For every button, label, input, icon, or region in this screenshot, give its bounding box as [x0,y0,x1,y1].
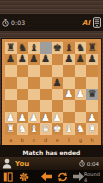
square-e1[interactable]: ♚ [52,123,64,135]
white-pawn: ♟ [64,89,73,99]
square-a5[interactable] [5,77,17,89]
white-knight: ♞ [76,124,85,134]
square-d6[interactable] [40,65,52,77]
white-pawn: ♟ [53,113,62,123]
white-king: ♚ [53,124,62,134]
board[interactable]: ♜♞♝♚♝♞♜♟♟♟♟♟♟♟♟♟♟♛♟♟♟♟♟♟♜♞♝♛♚♝♞♜ [5,42,98,135]
new-game-refresh-icon[interactable] [57,172,68,182]
black-pawn: ♟ [64,54,73,64]
square-b4[interactable] [17,89,29,101]
square-d2[interactable]: ♟ [40,112,52,124]
ai-player-bar: 0:03 AI [0,14,103,31]
ai-name-label: AI [82,19,90,27]
redo-arrow-icon[interactable] [73,172,84,181]
black-bishop: ♝ [64,43,73,53]
square-b1[interactable]: ♞ [17,123,29,135]
square-f6[interactable] [63,65,75,77]
square-d4[interactable] [40,89,52,101]
white-pawn: ♟ [6,113,15,123]
square-g5[interactable] [75,77,87,89]
white-rook: ♜ [88,124,97,134]
white-pawn: ♟ [18,113,27,123]
square-e4[interactable] [52,89,64,101]
square-e5[interactable]: ♟ [52,77,64,89]
clock-icon [2,19,9,27]
user-name-label: You [15,160,29,168]
black-pawn: ♟ [6,54,15,64]
square-g8[interactable]: ♞ [75,42,87,54]
file-label-f: f [63,135,75,145]
square-e2[interactable]: ♟ [52,112,64,124]
white-bishop: ♝ [30,124,39,134]
file-label-e: e [52,135,64,145]
square-e8[interactable]: ♚ [52,42,64,54]
move-list-icon[interactable] [93,17,101,28]
toolbar: Round 4 [0,170,103,183]
square-c8[interactable]: ♝ [28,42,40,54]
square-a2[interactable]: ♟ [5,112,17,124]
white-pawn: ♟ [30,113,39,123]
black-queen: ♛ [88,89,97,99]
square-a4[interactable] [5,89,17,101]
settings-gear-icon[interactable] [19,172,29,182]
chess-board-frame: ♜♞♝♚♝♞♜♟♟♟♟♟♟♟♟♟♟♛♟♟♟♟♟♟♜♞♝♛♚♝♞♜ a b c d… [2,39,101,145]
square-c4[interactable] [28,89,40,101]
square-c6[interactable] [28,65,40,77]
square-a7[interactable]: ♟ [5,54,17,66]
file-labels: a b c d e f g h [5,135,98,145]
status-message: Match has ended [0,149,103,156]
square-h5[interactable] [86,77,98,89]
square-h3[interactable] [86,100,98,112]
square-c3[interactable] [28,100,40,112]
ai-time: 0:03 [11,19,25,26]
clock-icon [79,160,85,167]
black-pawn: ♟ [41,54,50,64]
square-g4[interactable]: ♟ [75,89,87,101]
square-b7[interactable]: ♟ [17,54,29,66]
white-bishop: ♝ [64,124,73,134]
square-e7[interactable] [52,54,64,66]
white-queen: ♛ [41,124,50,134]
file-label-d: d [40,135,52,145]
white-pawn: ♟ [41,113,50,123]
square-a6[interactable] [5,65,17,77]
square-f8[interactable]: ♝ [63,42,75,54]
square-d8[interactable] [40,42,52,54]
square-c2[interactable]: ♟ [28,112,40,124]
black-pawn: ♟ [53,78,62,88]
square-a3[interactable] [5,100,17,112]
black-pawn: ♟ [30,54,39,64]
black-pawn: ♟ [76,54,85,64]
square-f4[interactable]: ♟ [63,89,75,101]
white-pawn: ♟ [76,89,85,99]
black-knight: ♞ [76,43,85,53]
black-knight: ♞ [18,43,27,53]
user-time: 0:04 [87,161,99,167]
square-b3[interactable] [17,100,29,112]
square-f1[interactable]: ♝ [63,123,75,135]
square-b5[interactable] [17,77,29,89]
square-b2[interactable]: ♟ [17,112,29,124]
square-g6[interactable] [75,65,87,77]
chess-app-screen: 0:03 AI ♜♞♝♚♝♞♜♟♟♟♟♟♟♟♟♟♟♛♟♟♟♟♟♟♜♞♝♛♚♝♞♜… [0,0,103,183]
round-label: Round 4 [84,171,100,183]
black-pawn: ♟ [88,54,97,64]
black-king: ♚ [53,43,62,53]
white-pawn: ♟ [88,113,97,123]
square-d3[interactable] [40,100,52,112]
square-g3[interactable] [75,100,87,112]
undo-arrow-icon[interactable] [41,172,52,181]
square-f2[interactable] [63,112,75,124]
square-c1[interactable]: ♝ [28,123,40,135]
black-rook: ♜ [6,43,15,53]
square-h1[interactable]: ♜ [86,123,98,135]
square-d5[interactable] [40,77,52,89]
square-f5[interactable] [63,77,75,89]
square-a1[interactable]: ♜ [5,123,17,135]
square-e3[interactable] [52,100,64,112]
black-bishop: ♝ [30,43,39,53]
exit-door-icon[interactable] [3,172,13,182]
black-pawn: ♟ [18,54,27,64]
square-g1[interactable]: ♞ [75,123,87,135]
square-g2[interactable] [75,112,87,124]
square-f7[interactable]: ♟ [63,54,75,66]
square-d7[interactable]: ♟ [40,54,52,66]
square-f3[interactable] [63,100,75,112]
file-label-g: g [75,135,87,145]
user-avatar-icon [2,158,12,169]
black-rook: ♜ [88,43,97,53]
file-label-h: h [86,135,98,145]
square-h4[interactable]: ♛ [86,89,98,101]
square-h6[interactable] [86,65,98,77]
file-label-c: c [28,135,40,145]
square-h8[interactable]: ♜ [86,42,98,54]
square-d1[interactable]: ♛ [40,123,52,135]
file-label-a: a [5,135,17,145]
white-rook: ♜ [6,124,15,134]
square-a8[interactable]: ♜ [5,42,17,54]
square-h2[interactable]: ♟ [86,112,98,124]
square-b6[interactable] [17,65,29,77]
square-c7[interactable]: ♟ [28,54,40,66]
square-e6[interactable] [52,65,64,77]
user-player-bar: You 0:04 [0,157,103,170]
white-knight: ♞ [18,124,27,134]
square-g7[interactable]: ♟ [75,54,87,66]
square-b8[interactable]: ♞ [17,42,29,54]
square-h7[interactable]: ♟ [86,54,98,66]
square-c5[interactable] [28,77,40,89]
file-label-b: b [17,135,29,145]
